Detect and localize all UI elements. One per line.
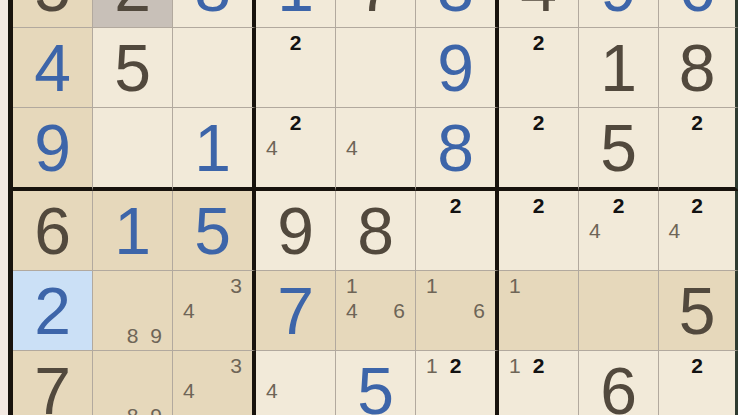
cell-r1c1[interactable]: 5 bbox=[93, 28, 173, 108]
cell-value: 6 bbox=[579, 351, 658, 415]
cell-r4c0[interactable]: 2 bbox=[13, 271, 93, 351]
cell-r0c3[interactable]: 1 bbox=[256, 0, 336, 28]
pencil-mark: 4 bbox=[260, 135, 284, 160]
cell-value: 5 bbox=[336, 351, 415, 415]
pencil-mark: 9 bbox=[144, 403, 168, 415]
cell-r4c5[interactable]: 16 bbox=[416, 271, 499, 351]
cell-r1c8[interactable]: 8 bbox=[659, 28, 738, 108]
pencil-mark-highlighted: 2 bbox=[284, 110, 308, 135]
cell-r4c6[interactable]: 1 bbox=[499, 271, 579, 351]
cell-r2c1[interactable] bbox=[93, 108, 173, 191]
pencil-marks: 2 bbox=[260, 30, 331, 105]
cell-value: 4 bbox=[499, 0, 578, 27]
pencil-marks: 12 bbox=[420, 353, 491, 415]
cell-r4c4[interactable]: 146 bbox=[336, 271, 416, 351]
pencil-marks: 1 bbox=[503, 273, 574, 348]
cell-r3c0[interactable]: 6 bbox=[13, 191, 93, 271]
cell-r3c2[interactable]: 5 bbox=[173, 191, 256, 271]
cell-value: 8 bbox=[173, 0, 252, 27]
cell-r5c8[interactable]: 2 bbox=[659, 351, 738, 415]
cell-r0c0[interactable]: 5 bbox=[13, 0, 93, 28]
pencil-marks: 2 bbox=[663, 353, 731, 415]
cell-r1c3[interactable]: 2 bbox=[256, 28, 336, 108]
pencil-mark: 6 bbox=[387, 298, 411, 323]
pencil-mark-highlighted: 2 bbox=[686, 193, 709, 218]
cell-value: 7 bbox=[336, 0, 415, 27]
cell-r1c7[interactable]: 1 bbox=[579, 28, 659, 108]
pencil-marks: 2 bbox=[420, 193, 491, 268]
cell-r5c0[interactable]: 7 bbox=[13, 351, 93, 415]
pencil-marks: 24 bbox=[583, 193, 654, 268]
cell-r3c4[interactable]: 8 bbox=[336, 191, 416, 271]
cell-r3c1[interactable]: 1 bbox=[93, 191, 173, 271]
pencil-mark: 1 bbox=[340, 273, 364, 298]
pencil-mark-highlighted: 2 bbox=[284, 30, 308, 55]
pencil-marks: 34 bbox=[177, 353, 248, 415]
cell-r3c5[interactable]: 2 bbox=[416, 191, 499, 271]
cell-r0c6[interactable]: 4 bbox=[499, 0, 579, 28]
cell-r2c2[interactable]: 1 bbox=[173, 108, 256, 191]
pencil-mark: 8 bbox=[121, 323, 145, 348]
cell-r2c8[interactable]: 2 bbox=[659, 108, 738, 191]
cell-r3c6[interactable]: 2 bbox=[499, 191, 579, 271]
pencil-marks: 4 bbox=[340, 110, 411, 185]
pencil-mark-highlighted: 2 bbox=[527, 30, 551, 55]
pencil-marks: 2 bbox=[503, 193, 574, 268]
cell-value: 8 bbox=[416, 108, 495, 187]
pencil-mark-highlighted: 2 bbox=[686, 353, 709, 378]
pencil-marks: 4 bbox=[260, 353, 331, 415]
cell-r5c7[interactable]: 6 bbox=[579, 351, 659, 415]
cell-r2c5[interactable]: 8 bbox=[416, 108, 499, 191]
cell-r4c8[interactable]: 5 bbox=[659, 271, 738, 351]
cell-r3c3[interactable]: 9 bbox=[256, 191, 336, 271]
pencil-mark-highlighted: 2 bbox=[607, 193, 631, 218]
pencil-mark: 9 bbox=[144, 323, 168, 348]
pencil-mark-highlighted: 2 bbox=[444, 193, 468, 218]
cell-r1c4[interactable] bbox=[336, 28, 416, 108]
pencil-mark: 4 bbox=[340, 298, 364, 323]
pencil-mark: 6 bbox=[467, 298, 491, 323]
cell-r5c3[interactable]: 4 bbox=[256, 351, 336, 415]
pencil-mark: 4 bbox=[583, 218, 607, 243]
pencil-mark-highlighted: 2 bbox=[444, 353, 468, 378]
cell-r5c6[interactable]: 12 bbox=[499, 351, 579, 415]
pencil-mark: 1 bbox=[503, 273, 527, 298]
sudoku-board: 5281734964529218912448252615982224242893… bbox=[8, 0, 738, 415]
cell-value: 6 bbox=[13, 191, 92, 270]
cell-value: 7 bbox=[13, 351, 92, 415]
pencil-mark-highlighted: 2 bbox=[527, 110, 551, 135]
pencil-marks: 89 bbox=[97, 273, 168, 348]
pencil-mark: 4 bbox=[177, 298, 201, 323]
cell-r5c5[interactable]: 12 bbox=[416, 351, 499, 415]
cell-value: 3 bbox=[416, 0, 495, 27]
cell-r2c7[interactable]: 5 bbox=[579, 108, 659, 191]
pencil-mark: 4 bbox=[260, 378, 284, 403]
pencil-marks: 2 bbox=[663, 110, 731, 185]
pencil-marks: 2 bbox=[503, 110, 574, 185]
cell-r2c0[interactable]: 9 bbox=[13, 108, 93, 191]
cell-value: 9 bbox=[256, 191, 335, 270]
pencil-mark: 4 bbox=[663, 218, 686, 243]
pencil-mark: 1 bbox=[503, 353, 527, 378]
cell-r0c8[interactable]: 6 bbox=[659, 0, 738, 28]
cell-value: 8 bbox=[659, 28, 735, 107]
cell-r5c1[interactable]: 89 bbox=[93, 351, 173, 415]
cell-value: 9 bbox=[13, 108, 92, 187]
cell-r4c7[interactable] bbox=[579, 271, 659, 351]
cell-value: 9 bbox=[579, 0, 658, 27]
cell-r0c1[interactable]: 2 bbox=[93, 0, 173, 28]
cell-value: 4 bbox=[13, 28, 92, 107]
cell-value: 5 bbox=[13, 0, 92, 27]
cell-r4c1[interactable]: 89 bbox=[93, 271, 173, 351]
cell-value: 5 bbox=[93, 28, 172, 107]
pencil-mark: 3 bbox=[224, 353, 248, 378]
cell-r3c7[interactable]: 24 bbox=[579, 191, 659, 271]
cell-value: 9 bbox=[416, 28, 495, 107]
pencil-mark: 8 bbox=[121, 403, 145, 415]
cell-value: 8 bbox=[336, 191, 415, 270]
sudoku-app-viewport: 5281734964529218912448252615982224242893… bbox=[0, 0, 738, 415]
cell-r4c2[interactable]: 34 bbox=[173, 271, 256, 351]
cell-r1c6[interactable]: 2 bbox=[499, 28, 579, 108]
cell-r1c2[interactable] bbox=[173, 28, 256, 108]
pencil-marks: 16 bbox=[420, 273, 491, 348]
pencil-marks: 34 bbox=[177, 273, 248, 348]
cell-value: 7 bbox=[256, 271, 335, 350]
cell-value: 6 bbox=[659, 0, 735, 27]
pencil-marks: 89 bbox=[97, 353, 168, 415]
cell-value: 1 bbox=[173, 108, 252, 187]
pencil-mark-highlighted: 2 bbox=[527, 353, 551, 378]
cell-value: 2 bbox=[93, 0, 172, 27]
cell-value: 1 bbox=[256, 0, 335, 27]
pencil-mark: 1 bbox=[420, 353, 444, 378]
cell-value: 5 bbox=[579, 108, 658, 187]
pencil-marks: 24 bbox=[260, 110, 331, 185]
cell-r1c5[interactable]: 9 bbox=[416, 28, 499, 108]
cell-r0c7[interactable]: 9 bbox=[579, 0, 659, 28]
pencil-marks: 12 bbox=[503, 353, 574, 415]
pencil-marks: 24 bbox=[663, 193, 731, 268]
cell-r4c3[interactable]: 7 bbox=[256, 271, 336, 351]
cell-r2c4[interactable]: 4 bbox=[336, 108, 416, 191]
pencil-mark: 4 bbox=[177, 378, 201, 403]
cell-r2c3[interactable]: 24 bbox=[256, 108, 336, 191]
cell-r3c8[interactable]: 24 bbox=[659, 191, 738, 271]
cell-value: 1 bbox=[93, 191, 172, 270]
cell-r5c4[interactable]: 5 bbox=[336, 351, 416, 415]
pencil-mark: 4 bbox=[340, 135, 364, 160]
cell-value: 1 bbox=[579, 28, 658, 107]
cell-value: 5 bbox=[173, 191, 252, 270]
pencil-mark: 1 bbox=[420, 273, 444, 298]
cell-r0c5[interactable]: 3 bbox=[416, 0, 499, 28]
pencil-mark: 3 bbox=[224, 273, 248, 298]
cell-value: 2 bbox=[13, 271, 92, 350]
cell-r5c2[interactable]: 34 bbox=[173, 351, 256, 415]
cell-value: 5 bbox=[659, 271, 735, 350]
cell-r2c6[interactable]: 2 bbox=[499, 108, 579, 191]
pencil-mark-highlighted: 2 bbox=[686, 110, 709, 135]
pencil-marks: 146 bbox=[340, 273, 411, 348]
cell-r1c0[interactable]: 4 bbox=[13, 28, 93, 108]
pencil-marks: 2 bbox=[503, 30, 574, 105]
cell-r0c2[interactable]: 8 bbox=[173, 0, 256, 28]
cell-r0c4[interactable]: 7 bbox=[336, 0, 416, 28]
pencil-mark-highlighted: 2 bbox=[527, 193, 551, 218]
